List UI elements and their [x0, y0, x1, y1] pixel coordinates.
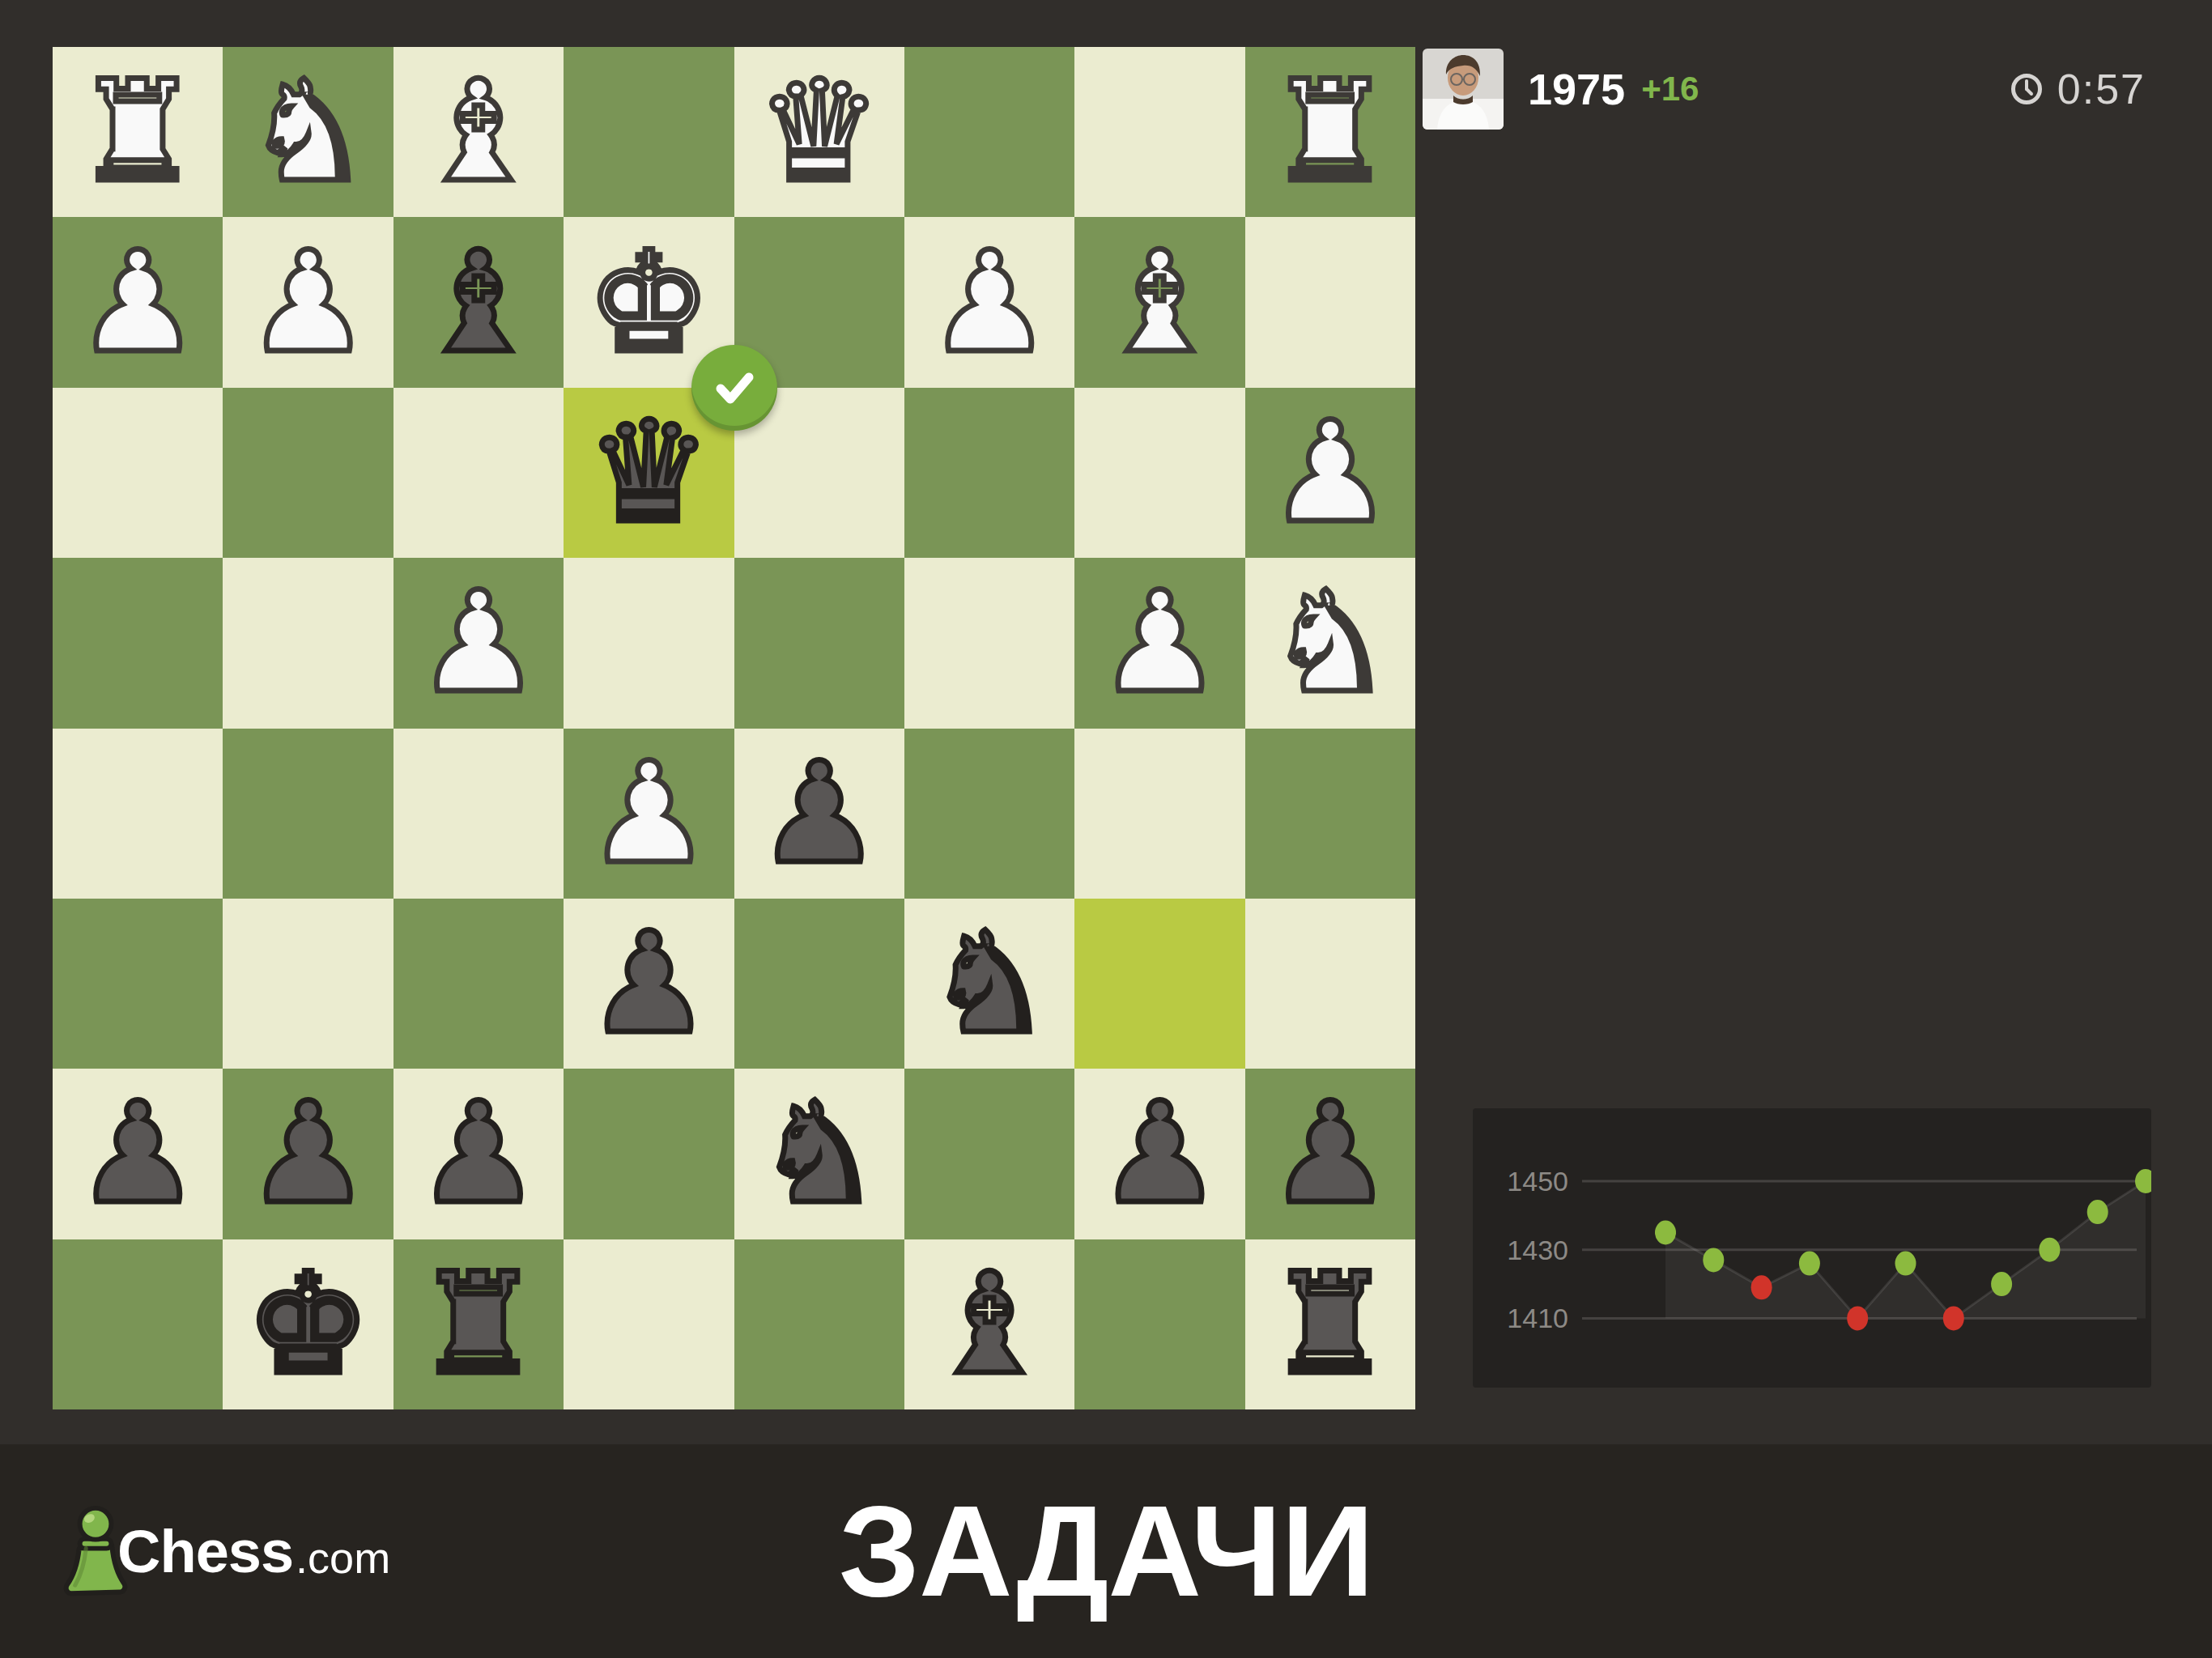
- square-e8[interactable]: [564, 1239, 734, 1409]
- piece-white-pawn-g2[interactable]: ♟: [245, 218, 370, 388]
- piece-black-queen-e3[interactable]: ♛: [586, 388, 711, 558]
- timer-value: 0:57: [2057, 65, 2146, 113]
- square-d7[interactable]: ♞: [734, 1069, 904, 1239]
- square-c8[interactable]: ♝: [904, 1239, 1074, 1409]
- square-a5[interactable]: [1245, 729, 1415, 899]
- rating-point-2: [1703, 1248, 1724, 1272]
- square-d8[interactable]: [734, 1239, 904, 1409]
- square-g4[interactable]: [223, 558, 393, 728]
- square-d1[interactable]: ♛: [734, 47, 904, 217]
- rating-point-9: [2039, 1238, 2060, 1262]
- square-f1[interactable]: ♝: [393, 47, 564, 217]
- piece-black-king-g8[interactable]: ♚: [245, 1239, 370, 1409]
- piece-white-queen-d1[interactable]: ♛: [757, 47, 882, 217]
- rating-point-4: [1799, 1252, 1820, 1276]
- square-c6[interactable]: ♞: [904, 899, 1074, 1069]
- square-a2[interactable]: [1245, 217, 1415, 387]
- piece-white-rook-h1[interactable]: ♜: [75, 47, 200, 217]
- piece-white-pawn-h2[interactable]: ♟: [75, 218, 200, 388]
- piece-white-pawn-e5[interactable]: ♟: [586, 729, 711, 899]
- checkmark-icon: [709, 363, 759, 413]
- chesscom-logo: Chess .com: [61, 1444, 390, 1658]
- ytick-1430: 1430: [1507, 1235, 1568, 1265]
- square-f6[interactable]: [393, 899, 564, 1069]
- rating-point-3: [1751, 1275, 1772, 1299]
- player-info: 1975 +16: [1423, 49, 1699, 130]
- square-c4[interactable]: [904, 558, 1074, 728]
- square-g6[interactable]: [223, 899, 393, 1069]
- square-b7[interactable]: ♟: [1074, 1069, 1244, 1239]
- piece-white-knight-a4[interactable]: ♞: [1268, 558, 1393, 728]
- piece-black-pawn-g7[interactable]: ♟: [245, 1069, 370, 1239]
- square-g3[interactable]: [223, 388, 393, 558]
- rating-point-8: [1991, 1272, 2012, 1296]
- square-b4[interactable]: ♟: [1074, 558, 1244, 728]
- square-b8[interactable]: [1074, 1239, 1244, 1409]
- rating-delta: +16: [1641, 70, 1699, 108]
- square-c2[interactable]: ♟: [904, 217, 1074, 387]
- footer-bar: ЗАДАЧИ Chess .com: [0, 1444, 2212, 1658]
- square-d4[interactable]: [734, 558, 904, 728]
- square-h8[interactable]: [53, 1239, 223, 1409]
- square-a6[interactable]: [1245, 899, 1415, 1069]
- piece-white-rook-a1[interactable]: ♜: [1268, 47, 1393, 217]
- square-g2[interactable]: ♟: [223, 217, 393, 387]
- piece-black-rook-a8[interactable]: ♜: [1268, 1239, 1393, 1409]
- rating-point-1: [1655, 1221, 1676, 1245]
- piece-white-pawn-b4[interactable]: ♟: [1097, 558, 1222, 728]
- square-e4[interactable]: [564, 558, 734, 728]
- piece-black-pawn-b7[interactable]: ♟: [1097, 1069, 1222, 1239]
- rating-point-5: [1847, 1306, 1868, 1330]
- square-c7[interactable]: [904, 1069, 1074, 1239]
- square-g8[interactable]: ♚: [223, 1239, 393, 1409]
- piece-black-rook-f8[interactable]: ♜: [416, 1239, 541, 1409]
- piece-white-pawn-a3[interactable]: ♟: [1268, 388, 1393, 558]
- square-a8[interactable]: ♜: [1245, 1239, 1415, 1409]
- square-e5[interactable]: ♟: [564, 729, 734, 899]
- square-e6[interactable]: ♟: [564, 899, 734, 1069]
- square-f4[interactable]: ♟: [393, 558, 564, 728]
- square-c3[interactable]: [904, 388, 1074, 558]
- square-f3[interactable]: [393, 388, 564, 558]
- piece-white-king-e2[interactable]: ♚: [586, 218, 711, 388]
- piece-black-pawn-a7[interactable]: ♟: [1268, 1069, 1393, 1239]
- puzzle-timer: 0:57: [2010, 49, 2146, 130]
- correct-move-badge: [691, 345, 777, 431]
- square-b3[interactable]: [1074, 388, 1244, 558]
- square-h4[interactable]: [53, 558, 223, 728]
- piece-black-knight-d7[interactable]: ♞: [757, 1069, 882, 1239]
- rating-point-7: [1943, 1306, 1964, 1330]
- piece-black-pawn-d5[interactable]: ♟: [757, 729, 882, 899]
- square-b6[interactable]: [1074, 899, 1244, 1069]
- piece-black-bishop-f2[interactable]: ♝: [416, 218, 541, 388]
- square-a7[interactable]: ♟: [1245, 1069, 1415, 1239]
- square-b5[interactable]: [1074, 729, 1244, 899]
- clock-icon: [2010, 73, 2043, 105]
- piece-black-knight-c6[interactable]: ♞: [927, 899, 1052, 1069]
- square-f5[interactable]: [393, 729, 564, 899]
- square-h3[interactable]: [53, 388, 223, 558]
- logo-text-chess: Chess: [117, 1517, 293, 1586]
- piece-white-pawn-c2[interactable]: ♟: [927, 218, 1052, 388]
- avatar-photo-placeholder: [1423, 49, 1504, 130]
- piece-black-bishop-c8[interactable]: ♝: [927, 1239, 1052, 1409]
- piece-white-knight-g1[interactable]: ♞: [245, 47, 370, 217]
- piece-black-pawn-f7[interactable]: ♟: [416, 1069, 541, 1239]
- square-c5[interactable]: [904, 729, 1074, 899]
- puzzle-rating: 1975: [1528, 64, 1625, 114]
- square-c1[interactable]: [904, 47, 1074, 217]
- square-g7[interactable]: ♟: [223, 1069, 393, 1239]
- rating-chart: 145014301410: [1473, 1108, 2151, 1388]
- square-b2[interactable]: ♝: [1074, 217, 1244, 387]
- square-d5[interactable]: ♟: [734, 729, 904, 899]
- piece-white-pawn-f4[interactable]: ♟: [416, 558, 541, 728]
- player-avatar[interactable]: [1423, 49, 1504, 130]
- square-h7[interactable]: ♟: [53, 1069, 223, 1239]
- square-g1[interactable]: ♞: [223, 47, 393, 217]
- square-h2[interactable]: ♟: [53, 217, 223, 387]
- square-f2[interactable]: ♝: [393, 217, 564, 387]
- ytick-1450: 1450: [1507, 1166, 1568, 1197]
- square-h5[interactable]: [53, 729, 223, 899]
- piece-black-pawn-h7[interactable]: ♟: [75, 1069, 200, 1239]
- square-g5[interactable]: [223, 729, 393, 899]
- square-e1[interactable]: [564, 47, 734, 217]
- ytick-1410: 1410: [1507, 1303, 1568, 1333]
- square-d6[interactable]: [734, 899, 904, 1069]
- square-f7[interactable]: ♟: [393, 1069, 564, 1239]
- piece-white-bishop-f1[interactable]: ♝: [416, 47, 541, 217]
- piece-white-bishop-b2[interactable]: ♝: [1097, 218, 1222, 388]
- square-f8[interactable]: ♜: [393, 1239, 564, 1409]
- logo-text-com: .com: [296, 1520, 390, 1583]
- square-a3[interactable]: ♟: [1245, 388, 1415, 558]
- square-h6[interactable]: [53, 899, 223, 1069]
- rating-point-10: [2087, 1200, 2108, 1224]
- square-h1[interactable]: ♜: [53, 47, 223, 217]
- square-a1[interactable]: ♜: [1245, 47, 1415, 217]
- square-e7[interactable]: [564, 1069, 734, 1239]
- square-a4[interactable]: ♞: [1245, 558, 1415, 728]
- chess-board: ♜♞♝♛♜♟♟♝♚♟♝♛♟♟♟♞♟♟♟♞♟♟♟♞♟♟♚♜♝♜: [53, 47, 1415, 1409]
- rating-point-6: [1895, 1252, 1916, 1276]
- square-b1[interactable]: [1074, 47, 1244, 217]
- piece-black-pawn-e6[interactable]: ♟: [586, 899, 711, 1069]
